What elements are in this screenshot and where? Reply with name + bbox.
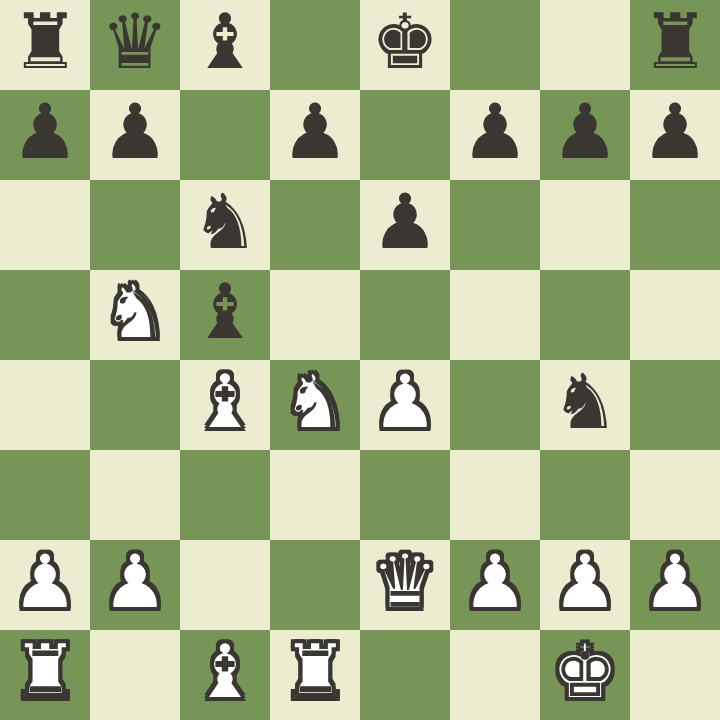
piece-white-bishop[interactable]: ♝ [191,627,259,717]
square-g4[interactable]: ♞ [540,360,630,450]
square-g3[interactable] [540,450,630,540]
square-b5[interactable]: ♞ [90,270,180,360]
square-g6[interactable] [540,180,630,270]
piece-white-pawn[interactable]: ♟ [11,537,79,627]
square-h4[interactable] [630,360,720,450]
piece-black-pawn[interactable]: ♟ [641,87,709,177]
square-e8[interactable]: ♚ [360,0,450,90]
square-c3[interactable] [180,450,270,540]
piece-black-pawn[interactable]: ♟ [11,87,79,177]
square-e7[interactable] [360,90,450,180]
square-f4[interactable] [450,360,540,450]
square-d6[interactable] [270,180,360,270]
square-f3[interactable] [450,450,540,540]
square-e5[interactable] [360,270,450,360]
square-a7[interactable]: ♟ [0,90,90,180]
piece-white-rook[interactable]: ♜ [281,627,349,717]
piece-black-bishop[interactable]: ♝ [191,0,259,87]
piece-white-knight[interactable]: ♞ [101,267,169,357]
square-g8[interactable] [540,0,630,90]
square-d3[interactable] [270,450,360,540]
square-b7[interactable]: ♟ [90,90,180,180]
square-h6[interactable] [630,180,720,270]
square-c6[interactable]: ♞ [180,180,270,270]
square-e1[interactable] [360,630,450,720]
square-d2[interactable] [270,540,360,630]
square-a4[interactable] [0,360,90,450]
piece-white-rook[interactable]: ♜ [11,627,79,717]
piece-black-rook[interactable]: ♜ [11,0,79,87]
square-f2[interactable]: ♟ [450,540,540,630]
piece-black-rook[interactable]: ♜ [641,0,709,87]
square-f8[interactable] [450,0,540,90]
square-e3[interactable] [360,450,450,540]
square-d5[interactable] [270,270,360,360]
square-h7[interactable]: ♟ [630,90,720,180]
square-f5[interactable] [450,270,540,360]
chess-board: ♜♛♝♚♜♟♟♟♟♟♟♞♟♞♝♝♞♟♞♟♟♛♟♟♟♜♝♜♚ [0,0,720,720]
square-c7[interactable] [180,90,270,180]
square-b6[interactable] [90,180,180,270]
square-e6[interactable]: ♟ [360,180,450,270]
piece-black-queen[interactable]: ♛ [101,0,169,87]
square-e2[interactable]: ♛ [360,540,450,630]
square-f1[interactable] [450,630,540,720]
piece-white-pawn[interactable]: ♟ [551,537,619,627]
square-g1[interactable]: ♚ [540,630,630,720]
square-a3[interactable] [0,450,90,540]
piece-black-pawn[interactable]: ♟ [461,87,529,177]
piece-white-pawn[interactable]: ♟ [461,537,529,627]
square-b4[interactable] [90,360,180,450]
piece-black-pawn[interactable]: ♟ [371,177,439,267]
piece-white-bishop[interactable]: ♝ [191,357,259,447]
piece-black-pawn[interactable]: ♟ [101,87,169,177]
piece-white-king[interactable]: ♚ [551,627,619,717]
square-a6[interactable] [0,180,90,270]
square-f7[interactable]: ♟ [450,90,540,180]
square-e4[interactable]: ♟ [360,360,450,450]
square-a5[interactable] [0,270,90,360]
square-f6[interactable] [450,180,540,270]
piece-black-knight[interactable]: ♞ [191,177,259,267]
piece-white-queen[interactable]: ♛ [371,537,439,627]
square-d1[interactable]: ♜ [270,630,360,720]
square-c1[interactable]: ♝ [180,630,270,720]
square-h2[interactable]: ♟ [630,540,720,630]
square-c5[interactable]: ♝ [180,270,270,360]
piece-white-knight[interactable]: ♞ [281,357,349,447]
square-d4[interactable]: ♞ [270,360,360,450]
square-h8[interactable]: ♜ [630,0,720,90]
piece-white-pawn[interactable]: ♟ [371,357,439,447]
square-c2[interactable] [180,540,270,630]
square-h5[interactable] [630,270,720,360]
piece-black-knight[interactable]: ♞ [551,357,619,447]
piece-black-pawn[interactable]: ♟ [281,87,349,177]
square-b2[interactable]: ♟ [90,540,180,630]
square-h3[interactable] [630,450,720,540]
square-d7[interactable]: ♟ [270,90,360,180]
piece-white-pawn[interactable]: ♟ [101,537,169,627]
piece-black-pawn[interactable]: ♟ [551,87,619,177]
square-c8[interactable]: ♝ [180,0,270,90]
square-h1[interactable] [630,630,720,720]
square-a1[interactable]: ♜ [0,630,90,720]
piece-white-pawn[interactable]: ♟ [641,537,709,627]
piece-black-bishop[interactable]: ♝ [191,267,259,357]
square-b3[interactable] [90,450,180,540]
square-g7[interactable]: ♟ [540,90,630,180]
square-g2[interactable]: ♟ [540,540,630,630]
square-c4[interactable]: ♝ [180,360,270,450]
piece-black-king[interactable]: ♚ [371,0,439,87]
square-a2[interactable]: ♟ [0,540,90,630]
square-g5[interactable] [540,270,630,360]
square-b1[interactable] [90,630,180,720]
square-d8[interactable] [270,0,360,90]
square-b8[interactable]: ♛ [90,0,180,90]
square-a8[interactable]: ♜ [0,0,90,90]
